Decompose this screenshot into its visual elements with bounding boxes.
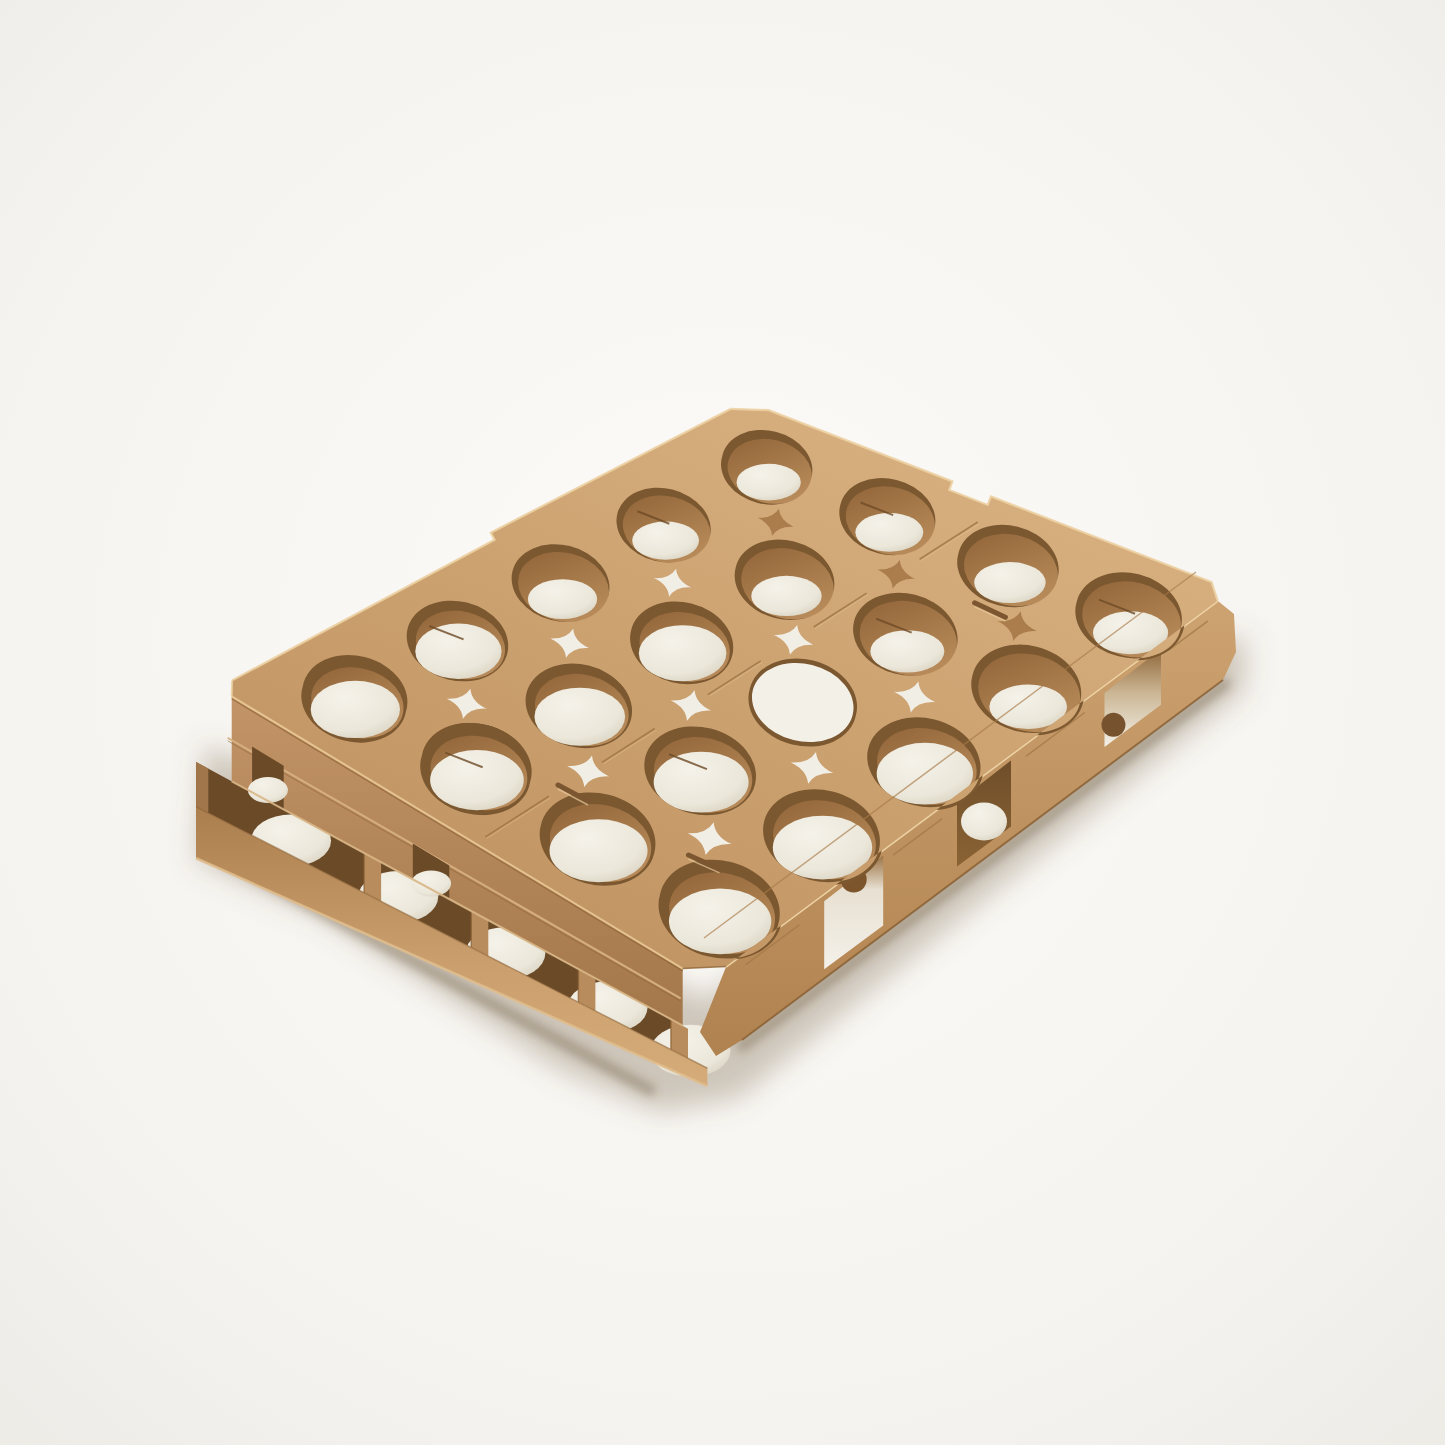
- egg-large: [415, 624, 501, 679]
- photo-stage: Unprinted kraft corrugated cardboard egg…: [0, 0, 1445, 1445]
- egg-large: [639, 625, 727, 681]
- egg-partial: [528, 579, 597, 619]
- egg-large: [311, 681, 400, 738]
- flap-opening-egg: [411, 871, 451, 897]
- egg-partial: [737, 464, 801, 501]
- egg-large: [430, 750, 524, 810]
- egg-tray-photo: Unprinted kraft corrugated cardboard egg…: [0, 0, 1445, 1445]
- notch-round-tab: [1101, 713, 1125, 737]
- notch-egg: [961, 802, 1007, 840]
- egg-large: [534, 688, 625, 746]
- flap-opening-egg: [248, 777, 288, 803]
- egg-large: [654, 752, 749, 813]
- egg-partial: [632, 522, 699, 560]
- egg-large: [550, 819, 648, 882]
- egg-partial: [751, 576, 821, 616]
- egg-partial: [855, 513, 923, 552]
- egg-partial: [870, 630, 944, 672]
- egg-partial: [974, 562, 1046, 603]
